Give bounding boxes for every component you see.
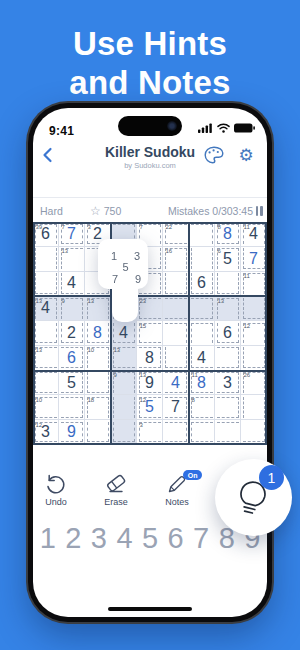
undo-button[interactable]: Undo bbox=[33, 471, 79, 517]
notes-label: Notes bbox=[154, 497, 200, 507]
cell-digit: 5 bbox=[59, 371, 84, 395]
cage-sum: 39 bbox=[36, 224, 43, 231]
cage-sum: 16 bbox=[166, 248, 173, 255]
grid-cell-r6c9[interactable] bbox=[241, 346, 267, 371]
cage-sum: 8 bbox=[192, 397, 195, 404]
wifi-icon bbox=[217, 123, 230, 133]
cage-border bbox=[113, 224, 135, 245]
grid-cell-r5c7[interactable] bbox=[189, 321, 215, 346]
cell-digit: 8 bbox=[137, 346, 162, 370]
grid-cell-r5c2[interactable]: 2 bbox=[59, 321, 85, 346]
grid-cell-r3c4[interactable] bbox=[111, 272, 137, 297]
cell-digit: 6 bbox=[189, 272, 214, 296]
erase-button[interactable]: Erase bbox=[93, 471, 139, 517]
grid-cell-r2c3[interactable] bbox=[85, 247, 111, 272]
grid-cell-r5c8[interactable]: 6 bbox=[215, 321, 241, 346]
grid-cell-r2c6[interactable]: 16 bbox=[163, 247, 189, 272]
cage-sum: 23 bbox=[140, 298, 147, 305]
grid-cell-r3c5[interactable] bbox=[137, 272, 163, 297]
grid-cell-r4c8[interactable]: 13 bbox=[215, 296, 241, 321]
grid-cell-r1c4[interactable] bbox=[111, 222, 137, 247]
notes-button[interactable]: On Notes bbox=[154, 471, 200, 517]
grid-cell-r6c2[interactable]: 6 bbox=[59, 346, 85, 371]
headline: Use Hints and Notes bbox=[0, 24, 300, 102]
grid-cell-r1c1[interactable]: 396 bbox=[33, 222, 59, 247]
phone-frame: 9:41 bbox=[28, 103, 272, 622]
grid-cell-r9c2[interactable]: 9 bbox=[59, 420, 85, 445]
grid-cell-r8c8[interactable] bbox=[215, 395, 241, 420]
cell-digit: 9 bbox=[59, 420, 84, 444]
grid-cell-r9c4[interactable] bbox=[111, 420, 137, 445]
grid-cell-r7c2[interactable]: 5 bbox=[59, 371, 85, 396]
cage-sum: 13 bbox=[218, 298, 225, 305]
cage-sum: 9 bbox=[114, 372, 117, 379]
headline-line2: and Notes bbox=[0, 63, 300, 102]
numpad-4[interactable]: 4 bbox=[112, 522, 138, 555]
cage-border bbox=[87, 273, 109, 294]
grid-cell-r4c7[interactable] bbox=[189, 296, 215, 321]
grid-cell-r3c2[interactable]: 4 bbox=[59, 272, 85, 297]
hint-button[interactable]: 1 bbox=[215, 459, 292, 536]
grid-cell-r5c3[interactable]: 8 bbox=[85, 321, 111, 346]
cage-sum: 6 bbox=[218, 248, 221, 255]
app-store-screenshot: Use Hints and Notes 9:41 bbox=[0, 0, 300, 650]
grid-cell-r7c1[interactable] bbox=[33, 371, 59, 396]
undo-icon bbox=[45, 473, 67, 495]
cage-sum: 13 bbox=[114, 347, 121, 354]
grid-cell-r8c9[interactable] bbox=[241, 395, 267, 420]
cage-sum: 3 bbox=[140, 422, 143, 429]
grid-cell-r7c9[interactable]: 26 bbox=[241, 371, 267, 396]
cage-border bbox=[113, 422, 135, 443]
app-subtitle: by Sudoku.com bbox=[33, 161, 267, 170]
grid-cell-r8c1[interactable]: 10 bbox=[33, 395, 59, 420]
erase-label: Erase bbox=[93, 497, 139, 507]
grid-cell-r2c9[interactable]: 7 bbox=[241, 247, 267, 272]
cage-border bbox=[165, 422, 187, 443]
grid-cell-r4c6[interactable] bbox=[163, 296, 189, 321]
cell-digit: 4 bbox=[163, 371, 188, 395]
divider bbox=[33, 197, 267, 198]
cage-border bbox=[35, 323, 57, 344]
cage-sum: 3 bbox=[88, 224, 91, 231]
grid-cell-r1c9[interactable]: 114 bbox=[241, 222, 267, 247]
cage-border bbox=[87, 422, 109, 443]
cage-border bbox=[87, 372, 109, 393]
cell-digit: 8 bbox=[85, 321, 110, 345]
cage-sum: 15 bbox=[140, 323, 147, 330]
grid-cell-r6c4[interactable]: 13 bbox=[111, 346, 137, 371]
cage-sum: 12 bbox=[140, 397, 147, 404]
grid-cell-r9c6[interactable] bbox=[163, 420, 189, 445]
grid-cell-r6c6[interactable] bbox=[163, 346, 189, 371]
cell-digit: 6 bbox=[59, 346, 84, 370]
cell-digit: 3 bbox=[215, 371, 240, 395]
settings-button[interactable]: ⚙ bbox=[235, 146, 257, 166]
game-info-bar: Hard ☆ 750 Mistakes 0/3 03:45 bbox=[33, 203, 267, 219]
grid-cell-r9c5[interactable]: 3 bbox=[137, 420, 163, 445]
grid-cell-r5c4[interactable]: 4 bbox=[111, 321, 137, 346]
grid-cell-r5c9[interactable]: 12 bbox=[241, 321, 267, 346]
grid-cell-r3c6[interactable] bbox=[163, 272, 189, 297]
cell-digit: 2 bbox=[59, 321, 84, 345]
cage-border bbox=[191, 248, 213, 269]
battery-icon bbox=[234, 123, 255, 133]
status-time: 9:41 bbox=[49, 124, 74, 138]
cage-sum: 7 bbox=[62, 224, 65, 231]
grid-cell-r2c5[interactable] bbox=[137, 247, 163, 272]
timer: 03:45 bbox=[227, 205, 253, 217]
cage-border bbox=[113, 397, 135, 418]
grid-cell-r3c9[interactable]: 11 bbox=[241, 272, 267, 297]
home-indicator[interactable] bbox=[108, 607, 192, 612]
cage-border bbox=[165, 298, 187, 319]
gear-icon: ⚙ bbox=[238, 145, 253, 165]
grid-cell-r1c8[interactable]: 88 bbox=[215, 222, 241, 247]
cage-sum: 13 bbox=[140, 372, 147, 379]
grid-cell-r3c1[interactable] bbox=[33, 272, 59, 297]
cage-sum: 18 bbox=[88, 397, 95, 404]
cell-digit: 4 bbox=[189, 346, 214, 370]
eraser-icon bbox=[104, 473, 128, 495]
cage-sum: 11 bbox=[192, 372, 198, 379]
grid-cell-r2c8[interactable]: 65 bbox=[215, 247, 241, 272]
cage-border bbox=[35, 372, 57, 393]
grid-cell-r8c2[interactable] bbox=[59, 395, 85, 420]
grid-cell-r6c5[interactable]: 8 bbox=[137, 346, 163, 371]
grid-cell-r5c6[interactable] bbox=[163, 321, 189, 346]
cage-sum: 9 bbox=[62, 298, 65, 305]
cage-sum: 10 bbox=[36, 397, 43, 404]
grid-cell-r9c7[interactable] bbox=[189, 420, 215, 445]
camera-icon bbox=[167, 121, 177, 131]
grid-cell-r6c1[interactable]: 13 bbox=[33, 346, 59, 371]
grid-cell-r1c6[interactable]: 22 bbox=[163, 222, 189, 247]
grid-cell-r9c3[interactable] bbox=[85, 420, 111, 445]
grid-cell-r1c7[interactable] bbox=[189, 222, 215, 247]
cage-sum: 13 bbox=[62, 248, 69, 255]
grid-cell-r7c6[interactable]: 4 bbox=[163, 371, 189, 396]
grid-cell-r2c2[interactable]: 13 bbox=[59, 247, 85, 272]
cage-border bbox=[217, 273, 239, 294]
cage-border bbox=[243, 347, 265, 368]
cage-border bbox=[139, 273, 161, 294]
cage-sum: 13 bbox=[88, 298, 95, 305]
grid-cell-r8c7[interactable]: 8 bbox=[189, 395, 215, 420]
cage-sum: 12 bbox=[36, 422, 43, 429]
grid-cell-r3c8[interactable] bbox=[215, 272, 241, 297]
score-value: 750 bbox=[104, 205, 122, 217]
signal-icon bbox=[198, 123, 213, 133]
cage-sum: 8 bbox=[218, 224, 221, 231]
cage-sum: 11 bbox=[244, 224, 250, 231]
cage-border bbox=[165, 273, 187, 294]
grid-cell-r3c7[interactable]: 6 bbox=[189, 272, 215, 297]
phone-screen: 9:41 bbox=[33, 108, 267, 617]
grid-cell-r5c1[interactable] bbox=[33, 321, 59, 346]
star-icon: ☆ bbox=[90, 206, 101, 217]
grid-cell-r5c5[interactable]: 15 bbox=[137, 321, 163, 346]
cage-border bbox=[113, 298, 135, 319]
cell-digit: 4 bbox=[111, 321, 136, 345]
cage-border bbox=[217, 422, 239, 443]
grid-cell-r4c5[interactable]: 23 bbox=[137, 296, 163, 321]
cage-sum: 7 bbox=[140, 224, 143, 231]
grid-cell-r8c4[interactable] bbox=[111, 395, 137, 420]
cell-digit: 7 bbox=[163, 395, 188, 419]
cage-border bbox=[113, 248, 135, 269]
cage-border bbox=[243, 422, 265, 443]
grid-cell-r6c7[interactable]: 4 bbox=[189, 346, 215, 371]
grid-cell-r2c1[interactable] bbox=[33, 247, 59, 272]
pause-icon bbox=[256, 206, 258, 216]
sudoku-board: 3967732722881141316657461113491323132841… bbox=[33, 222, 267, 445]
cage-border bbox=[165, 347, 187, 368]
cage-sum: 26 bbox=[244, 372, 251, 379]
grid-cell-r8c6[interactable]: 7 bbox=[163, 395, 189, 420]
grid-cell-r8c3[interactable]: 18 bbox=[85, 395, 111, 420]
grid-cell-r9c9[interactable] bbox=[241, 420, 267, 445]
cage-border bbox=[113, 273, 135, 294]
cage-sum: 13 bbox=[36, 298, 43, 305]
cage-border bbox=[191, 224, 213, 245]
grid-cell-r8c5[interactable]: 125 bbox=[137, 395, 163, 420]
grid-cell-r4c1[interactable]: 134 bbox=[33, 296, 59, 321]
cage-border bbox=[35, 273, 57, 294]
grid-cell-r7c3[interactable] bbox=[85, 371, 111, 396]
cage-border bbox=[61, 397, 83, 418]
numpad-3[interactable]: 3 bbox=[86, 522, 112, 555]
cage-border bbox=[191, 422, 213, 443]
numpad-1[interactable]: 1 bbox=[35, 522, 61, 555]
cage-border bbox=[139, 248, 161, 269]
cage-border bbox=[243, 298, 265, 319]
numpad-2[interactable]: 2 bbox=[61, 522, 87, 555]
cage-border bbox=[35, 248, 57, 269]
grid-cell-r1c2[interactable]: 77 bbox=[59, 222, 85, 247]
grid-cell-r2c7[interactable] bbox=[189, 247, 215, 272]
grid-cell-r6c8[interactable] bbox=[215, 346, 241, 371]
grid-cell-r6c3[interactable]: 10 bbox=[85, 346, 111, 371]
grid-cell-r9c8[interactable] bbox=[215, 420, 241, 445]
cage-sum: 11 bbox=[244, 273, 250, 280]
grid-cell-r7c5[interactable]: 139 bbox=[137, 371, 163, 396]
notes-on-badge: On bbox=[183, 470, 202, 480]
headline-line1: Use Hints bbox=[0, 24, 300, 63]
score: ☆ 750 bbox=[90, 205, 121, 217]
grid-cell-r4c9[interactable] bbox=[241, 296, 267, 321]
numpad-5[interactable]: 5 bbox=[137, 522, 163, 555]
difficulty-label: Hard bbox=[40, 205, 63, 217]
grid-cell-r3c3[interactable] bbox=[85, 272, 111, 297]
grid-cell-r7c7[interactable]: 118 bbox=[189, 371, 215, 396]
cage-sum: 13 bbox=[36, 347, 43, 354]
grid-cell-r2c4[interactable] bbox=[111, 247, 137, 272]
cage-sum: 10 bbox=[88, 347, 95, 354]
nav-titles: Killer Sudoku by Sudoku.com bbox=[33, 144, 267, 170]
palette-icon bbox=[204, 146, 224, 165]
hint-count-badge: 1 bbox=[259, 465, 284, 490]
mistakes-label: Mistakes 0/3 bbox=[168, 205, 227, 217]
grid-cell-r4c2[interactable]: 9 bbox=[59, 296, 85, 321]
cage-sum: 12 bbox=[244, 323, 251, 330]
app-title: Killer Sudoku bbox=[33, 144, 267, 160]
cage-border bbox=[217, 347, 239, 368]
cage-sum: 22 bbox=[166, 224, 173, 231]
cell-digit: 7 bbox=[241, 247, 266, 271]
theme-button[interactable] bbox=[203, 146, 225, 166]
cage-border bbox=[165, 323, 187, 344]
grid-cell-r9c1[interactable]: 123 bbox=[33, 420, 59, 445]
grid-cell-r4c3[interactable]: 13 bbox=[85, 296, 111, 321]
cage-border bbox=[243, 397, 265, 418]
dynamic-island bbox=[118, 116, 182, 136]
grid-cell-r7c8[interactable]: 3 bbox=[215, 371, 241, 396]
grid-cell-r1c3[interactable]: 32 bbox=[85, 222, 111, 247]
undo-label: Undo bbox=[33, 497, 79, 507]
cage-border bbox=[191, 298, 213, 319]
grid-cell-r4c4[interactable] bbox=[111, 296, 137, 321]
cell-digit: 4 bbox=[59, 272, 84, 296]
cage-border bbox=[217, 397, 239, 418]
numpad-6[interactable]: 6 bbox=[163, 522, 189, 555]
grid-cell-r1c5[interactable]: 7 bbox=[137, 222, 163, 247]
numpad-7[interactable]: 7 bbox=[188, 522, 214, 555]
status-icons bbox=[198, 123, 255, 133]
grid-cell-r7c4[interactable]: 9 bbox=[111, 371, 137, 396]
pause-button[interactable] bbox=[256, 206, 264, 216]
cell-digit: 6 bbox=[215, 321, 240, 345]
cage-border bbox=[87, 248, 109, 269]
cage-border bbox=[191, 323, 213, 344]
